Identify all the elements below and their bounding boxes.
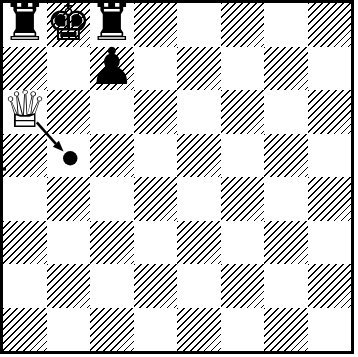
- square-g7[interactable]: [264, 47, 308, 91]
- square-d7[interactable]: [134, 47, 178, 91]
- square-b2[interactable]: [47, 264, 91, 308]
- square-c4[interactable]: [90, 177, 134, 221]
- square-a5[interactable]: [3, 134, 47, 178]
- piece-white-queen-a6: ♕: [2, 88, 48, 132]
- square-h1[interactable]: [308, 308, 352, 352]
- square-f6[interactable]: [221, 90, 265, 134]
- piece-black-pawn-c7: ♟: [89, 45, 135, 89]
- square-g3[interactable]: [264, 221, 308, 265]
- square-h2[interactable]: [308, 264, 352, 308]
- square-h3[interactable]: [308, 221, 352, 265]
- piece-black-rook-a8: ♜: [2, 1, 48, 45]
- piece-black-king-b8: ♚: [45, 1, 91, 45]
- square-d1[interactable]: [134, 308, 178, 352]
- square-g4[interactable]: [264, 177, 308, 221]
- chessboard: ♜♚♜♟♕: [3, 3, 351, 351]
- square-g6[interactable]: [264, 90, 308, 134]
- square-b5[interactable]: [47, 134, 91, 178]
- square-d5[interactable]: [134, 134, 178, 178]
- square-f1[interactable]: [221, 308, 265, 352]
- square-e1[interactable]: [177, 308, 221, 352]
- square-h7[interactable]: [308, 47, 352, 91]
- chess-diagram: ♜♚♜♟♕: [0, 0, 358, 357]
- square-f8[interactable]: [221, 3, 265, 47]
- square-c3[interactable]: [90, 221, 134, 265]
- square-h4[interactable]: [308, 177, 352, 221]
- square-e8[interactable]: [177, 3, 221, 47]
- square-d6[interactable]: [134, 90, 178, 134]
- square-d3[interactable]: [134, 221, 178, 265]
- square-c7[interactable]: ♟: [90, 47, 134, 91]
- square-f3[interactable]: [221, 221, 265, 265]
- square-g1[interactable]: [264, 308, 308, 352]
- square-h8[interactable]: [308, 3, 352, 47]
- square-c5[interactable]: [90, 134, 134, 178]
- square-d8[interactable]: [134, 3, 178, 47]
- square-c2[interactable]: [90, 264, 134, 308]
- square-g5[interactable]: [264, 134, 308, 178]
- square-e2[interactable]: [177, 264, 221, 308]
- square-d2[interactable]: [134, 264, 178, 308]
- square-b1[interactable]: [47, 308, 91, 352]
- square-e5[interactable]: [177, 134, 221, 178]
- square-f4[interactable]: [221, 177, 265, 221]
- square-e3[interactable]: [177, 221, 221, 265]
- square-a8[interactable]: ♜: [3, 3, 47, 47]
- square-e6[interactable]: [177, 90, 221, 134]
- square-h6[interactable]: [308, 90, 352, 134]
- square-a4[interactable]: [3, 177, 47, 221]
- chessboard-frame: ♜♚♜♟♕: [0, 0, 354, 354]
- square-f5[interactable]: [221, 134, 265, 178]
- square-e4[interactable]: [177, 177, 221, 221]
- square-c6[interactable]: [90, 90, 134, 134]
- square-d4[interactable]: [134, 177, 178, 221]
- square-a3[interactable]: [3, 221, 47, 265]
- square-h5[interactable]: [308, 134, 352, 178]
- square-a6[interactable]: ♕: [3, 90, 47, 134]
- square-a2[interactable]: [3, 264, 47, 308]
- square-b6[interactable]: [47, 90, 91, 134]
- square-a1[interactable]: [3, 308, 47, 352]
- square-b8[interactable]: ♚: [47, 3, 91, 47]
- square-b4[interactable]: [47, 177, 91, 221]
- square-c1[interactable]: [90, 308, 134, 352]
- square-f7[interactable]: [221, 47, 265, 91]
- square-g8[interactable]: [264, 3, 308, 47]
- square-e7[interactable]: [177, 47, 221, 91]
- square-f2[interactable]: [221, 264, 265, 308]
- square-b7[interactable]: [47, 47, 91, 91]
- square-g2[interactable]: [264, 264, 308, 308]
- square-b3[interactable]: [47, 221, 91, 265]
